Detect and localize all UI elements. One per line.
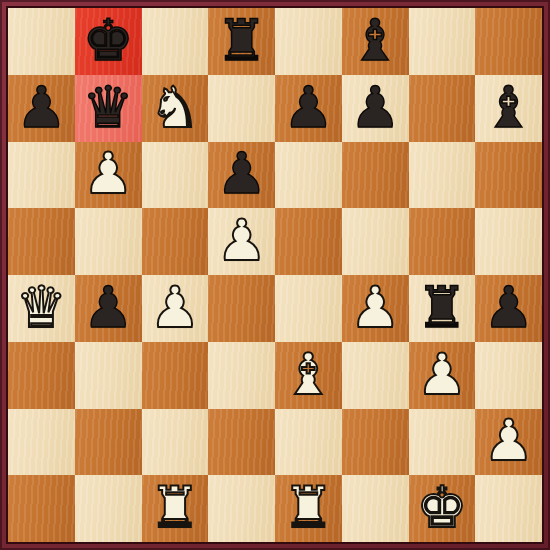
square-b2[interactable]: [75, 409, 142, 476]
square-f3[interactable]: [342, 342, 409, 409]
board-frame: ♚♜♝♟♛♞♟♟♝♟♟♟♛♟♟♟♜♟♝♟♟♜♜♚: [0, 0, 550, 550]
piece-black-pawn[interactable]: ♟: [350, 79, 401, 136]
square-g7[interactable]: [409, 75, 476, 142]
square-g5[interactable]: [409, 208, 476, 275]
square-h6[interactable]: [475, 142, 542, 209]
square-g3[interactable]: ♟: [409, 342, 476, 409]
piece-white-pawn[interactable]: ♟: [83, 145, 134, 202]
square-d3[interactable]: [208, 342, 275, 409]
square-a8[interactable]: [8, 8, 75, 75]
piece-black-bishop[interactable]: ♝: [350, 12, 401, 69]
piece-black-king[interactable]: ♚: [83, 12, 134, 69]
square-b4[interactable]: ♟: [75, 275, 142, 342]
square-e6[interactable]: [275, 142, 342, 209]
square-h7[interactable]: ♝: [475, 75, 542, 142]
square-e8[interactable]: [275, 8, 342, 75]
piece-black-pawn[interactable]: ♟: [83, 279, 134, 336]
square-h4[interactable]: ♟: [475, 275, 542, 342]
piece-white-pawn[interactable]: ♟: [216, 212, 267, 269]
square-c2[interactable]: [142, 409, 209, 476]
square-h8[interactable]: [475, 8, 542, 75]
square-e3[interactable]: ♝: [275, 342, 342, 409]
square-b6[interactable]: ♟: [75, 142, 142, 209]
square-d5[interactable]: ♟: [208, 208, 275, 275]
square-f1[interactable]: [342, 475, 409, 542]
square-c4[interactable]: ♟: [142, 275, 209, 342]
square-a4[interactable]: ♛: [8, 275, 75, 342]
square-e2[interactable]: [275, 409, 342, 476]
square-d4[interactable]: [208, 275, 275, 342]
square-c7[interactable]: ♞: [142, 75, 209, 142]
piece-white-bishop[interactable]: ♝: [283, 346, 334, 403]
piece-black-bishop[interactable]: ♝: [483, 79, 534, 136]
square-a1[interactable]: [8, 475, 75, 542]
square-h2[interactable]: ♟: [475, 409, 542, 476]
square-b1[interactable]: [75, 475, 142, 542]
square-b3[interactable]: [75, 342, 142, 409]
square-f6[interactable]: [342, 142, 409, 209]
square-g1[interactable]: ♚: [409, 475, 476, 542]
square-f4[interactable]: ♟: [342, 275, 409, 342]
square-f5[interactable]: [342, 208, 409, 275]
square-g8[interactable]: [409, 8, 476, 75]
square-g4[interactable]: ♜: [409, 275, 476, 342]
square-h5[interactable]: [475, 208, 542, 275]
piece-black-pawn[interactable]: ♟: [216, 145, 267, 202]
square-g6[interactable]: [409, 142, 476, 209]
square-c5[interactable]: [142, 208, 209, 275]
square-a3[interactable]: [8, 342, 75, 409]
piece-white-pawn[interactable]: ♟: [416, 346, 467, 403]
square-c8[interactable]: [142, 8, 209, 75]
square-d1[interactable]: [208, 475, 275, 542]
square-c1[interactable]: ♜: [142, 475, 209, 542]
square-a2[interactable]: [8, 409, 75, 476]
square-e4[interactable]: [275, 275, 342, 342]
square-h3[interactable]: [475, 342, 542, 409]
square-b5[interactable]: [75, 208, 142, 275]
piece-white-queen[interactable]: ♛: [16, 279, 67, 336]
piece-black-rook[interactable]: ♜: [416, 279, 467, 336]
square-e7[interactable]: ♟: [275, 75, 342, 142]
square-d8[interactable]: ♜: [208, 8, 275, 75]
piece-black-pawn[interactable]: ♟: [283, 79, 334, 136]
piece-white-pawn[interactable]: ♟: [483, 412, 534, 469]
square-e5[interactable]: [275, 208, 342, 275]
square-b7[interactable]: ♛: [75, 75, 142, 142]
square-d7[interactable]: [208, 75, 275, 142]
piece-black-pawn[interactable]: ♟: [483, 279, 534, 336]
square-a6[interactable]: [8, 142, 75, 209]
square-f2[interactable]: [342, 409, 409, 476]
piece-black-pawn[interactable]: ♟: [16, 79, 67, 136]
square-f7[interactable]: ♟: [342, 75, 409, 142]
square-d2[interactable]: [208, 409, 275, 476]
square-c3[interactable]: [142, 342, 209, 409]
chess-board: ♚♜♝♟♛♞♟♟♝♟♟♟♛♟♟♟♜♟♝♟♟♜♜♚: [8, 8, 542, 542]
piece-white-rook[interactable]: ♜: [283, 479, 334, 536]
square-a7[interactable]: ♟: [8, 75, 75, 142]
square-e1[interactable]: ♜: [275, 475, 342, 542]
piece-white-pawn[interactable]: ♟: [149, 279, 200, 336]
piece-black-queen[interactable]: ♛: [83, 79, 134, 136]
piece-white-pawn[interactable]: ♟: [350, 279, 401, 336]
square-a5[interactable]: [8, 208, 75, 275]
piece-white-rook[interactable]: ♜: [149, 479, 200, 536]
piece-white-king[interactable]: ♚: [416, 479, 467, 536]
square-c6[interactable]: [142, 142, 209, 209]
piece-white-knight[interactable]: ♞: [149, 79, 200, 136]
piece-black-rook[interactable]: ♜: [216, 12, 267, 69]
square-f8[interactable]: ♝: [342, 8, 409, 75]
square-d6[interactable]: ♟: [208, 142, 275, 209]
square-h1[interactable]: [475, 475, 542, 542]
square-g2[interactable]: [409, 409, 476, 476]
square-b8[interactable]: ♚: [75, 8, 142, 75]
